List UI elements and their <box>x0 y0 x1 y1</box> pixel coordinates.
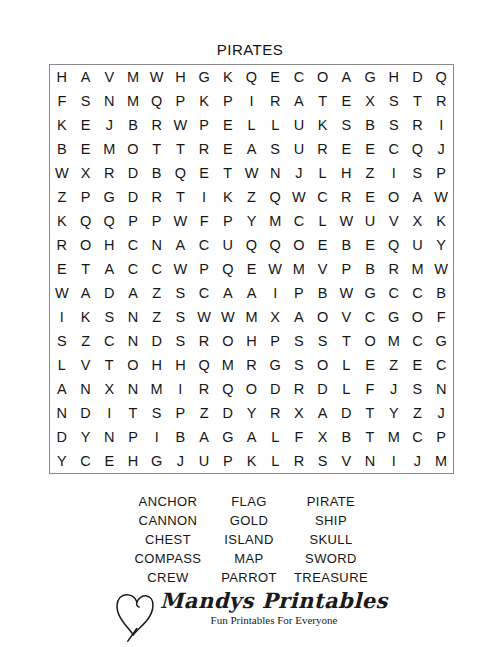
grid-cell: Z <box>192 401 216 425</box>
grid-cell: V <box>311 257 335 281</box>
word-list-item: PARROT <box>221 568 277 587</box>
grid-cell: G <box>382 305 406 329</box>
grid-cell: X <box>97 377 121 401</box>
grid-cell: C <box>406 329 430 353</box>
grid-cell: N <box>97 425 121 449</box>
grid-cell: U <box>287 113 311 137</box>
grid-cell: Z <box>406 401 430 425</box>
grid-cell: B <box>121 113 145 137</box>
grid-cell: B <box>358 257 382 281</box>
word-list-item: CHEST <box>135 530 202 549</box>
grid-cell: A <box>216 281 240 305</box>
grid-cell: O <box>121 353 145 377</box>
grid-cell: Q <box>145 89 169 113</box>
grid-cell: C <box>121 233 145 257</box>
grid-cell: A <box>240 425 264 449</box>
grid-cell: L <box>311 209 335 233</box>
grid-cell: M <box>145 377 169 401</box>
grid-cell: R <box>334 185 358 209</box>
grid-cell: C <box>145 257 169 281</box>
grid-cell: W <box>334 281 358 305</box>
grid-cell: R <box>382 257 406 281</box>
grid-cell: J <box>429 137 453 161</box>
grid-cell: B <box>311 281 335 305</box>
grid-cell: G <box>192 65 216 89</box>
grid-cell: H <box>169 65 193 89</box>
grid-cell: J <box>382 377 406 401</box>
grid-cell: W <box>287 185 311 209</box>
grid-cell: T <box>169 137 193 161</box>
word-list: ANCHORCANNONCHESTCOMPASSCREWFLAGGOLDISLA… <box>0 492 500 588</box>
grid-cell: T <box>406 89 430 113</box>
grid-cell: A <box>169 233 193 257</box>
grid-cell: R <box>192 377 216 401</box>
grid-cell: Z <box>145 281 169 305</box>
grid-cell: Y <box>240 401 264 425</box>
grid-cell: W <box>169 209 193 233</box>
grid-cell: L <box>334 377 358 401</box>
word-list-item: SKULL <box>294 530 368 549</box>
grid-cell: P <box>429 425 453 449</box>
grid-cell: Q <box>263 233 287 257</box>
grid-cell: I <box>169 377 193 401</box>
grid-cell: T <box>145 137 169 161</box>
grid-cell: D <box>97 281 121 305</box>
grid-cell: A <box>74 65 98 89</box>
grid-cell: G <box>358 281 382 305</box>
grid-cell: L <box>311 161 335 185</box>
grid-cell: O <box>406 305 430 329</box>
grid-cell: N <box>121 305 145 329</box>
grid-cell: L <box>50 353 74 377</box>
grid-cell: I <box>145 425 169 449</box>
grid-cell: O <box>240 377 264 401</box>
grid-cell: S <box>382 89 406 113</box>
grid-cell: H <box>97 233 121 257</box>
grid-cell: V <box>74 353 98 377</box>
grid-cell: S <box>263 137 287 161</box>
grid-cell: B <box>145 161 169 185</box>
grid-cell: S <box>382 113 406 137</box>
grid-cell: W <box>192 305 216 329</box>
grid-cell: E <box>216 113 240 137</box>
grid-cell: M <box>216 353 240 377</box>
grid-cell: I <box>192 185 216 209</box>
grid-cell: R <box>192 329 216 353</box>
grid-cell: L <box>263 425 287 449</box>
grid-cell: S <box>334 113 358 137</box>
grid-cell: E <box>358 185 382 209</box>
grid-cell: U <box>287 137 311 161</box>
grid-cell: A <box>121 281 145 305</box>
word-list-column: ANCHORCANNONCHESTCOMPASSCREW <box>135 492 202 587</box>
grid-cell: M <box>97 137 121 161</box>
grid-cell: U <box>216 233 240 257</box>
grid-cell: D <box>311 377 335 401</box>
grid-cell: T <box>121 401 145 425</box>
grid-cell: W <box>240 161 264 185</box>
grid-cell: H <box>121 449 145 473</box>
grid-cell: A <box>406 185 430 209</box>
grid-cell: H <box>50 65 74 89</box>
grid-cell: J <box>429 401 453 425</box>
grid-cell: S <box>287 353 311 377</box>
grid-cell: I <box>429 113 453 137</box>
grid-cell: A <box>240 137 264 161</box>
grid-cell: S <box>97 305 121 329</box>
grid-cell: R <box>50 233 74 257</box>
grid-cell: P <box>192 257 216 281</box>
grid-cell: E <box>406 353 430 377</box>
grid-cell: R <box>97 161 121 185</box>
grid-cell: K <box>74 305 98 329</box>
word-list-item: SHIP <box>294 511 368 530</box>
grid-cell: Q <box>216 377 240 401</box>
grid-cell: A <box>240 281 264 305</box>
grid-cell: I <box>382 449 406 473</box>
word-list-item: PIRATE <box>294 492 368 511</box>
grid-cell: P <box>121 209 145 233</box>
grid-cell: I <box>97 401 121 425</box>
grid-cell: S <box>406 161 430 185</box>
grid-cell: K <box>429 209 453 233</box>
grid-cell: I <box>382 161 406 185</box>
grid-cell: D <box>216 401 240 425</box>
grid-cell: P <box>216 449 240 473</box>
grid-cell: S <box>311 329 335 353</box>
grid-cell: M <box>382 425 406 449</box>
grid-cell: O <box>74 233 98 257</box>
grid-cell: E <box>334 137 358 161</box>
grid-cell: X <box>263 305 287 329</box>
grid-cell: H <box>240 329 264 353</box>
grid-cell: P <box>287 281 311 305</box>
grid-cell: B <box>169 425 193 449</box>
grid-cell: D <box>263 377 287 401</box>
word-list-column: FLAGGOLDISLANDMAPPARROT <box>221 492 277 587</box>
word-list-item: MAP <box>221 549 277 568</box>
grid-cell: Q <box>74 209 98 233</box>
grid-cell: M <box>382 329 406 353</box>
grid-cell: L <box>263 449 287 473</box>
grid-cell: S <box>74 89 98 113</box>
grid-cell: Z <box>382 353 406 377</box>
word-list-column: PIRATESHIPSKULLSWORDTREASURE <box>294 492 368 587</box>
grid-cell: F <box>429 305 453 329</box>
grid-cell: O <box>311 353 335 377</box>
grid-cell: D <box>50 425 74 449</box>
grid-cell: R <box>145 185 169 209</box>
word-list-item: ISLAND <box>221 530 277 549</box>
grid-cell: G <box>358 65 382 89</box>
grid-cell: Z <box>50 185 74 209</box>
grid-cell: P <box>169 401 193 425</box>
grid-cell: N <box>145 233 169 257</box>
grid-cell: E <box>311 233 335 257</box>
grid-cell: Q <box>192 353 216 377</box>
grid-cell: O <box>311 305 335 329</box>
grid-cell: P <box>145 209 169 233</box>
grid-cell: E <box>358 137 382 161</box>
grid-cell: A <box>287 89 311 113</box>
grid-cell: P <box>263 329 287 353</box>
grid-cell: F <box>50 89 74 113</box>
grid-cell: F <box>192 209 216 233</box>
grid-cell: O <box>311 65 335 89</box>
grid-cell: R <box>263 401 287 425</box>
grid-cell: D <box>406 65 430 89</box>
grid-cell: Z <box>240 185 264 209</box>
grid-cell: P <box>216 89 240 113</box>
grid-cell: V <box>334 449 358 473</box>
grid-cell: T <box>358 425 382 449</box>
grid-cell: Q <box>263 185 287 209</box>
grid-cell: N <box>50 401 74 425</box>
grid-cell: L <box>263 113 287 137</box>
word-search-page: PIRATES HAVMWHGKQECOAGHDQFSNMQPKPIRATEXS… <box>0 0 500 647</box>
grid-cell: U <box>192 449 216 473</box>
grid-cell: S <box>169 281 193 305</box>
grid-cell: W <box>429 257 453 281</box>
grid-cell: D <box>334 401 358 425</box>
grid-cell: E <box>358 353 382 377</box>
grid-cell: S <box>287 329 311 353</box>
grid-cell: Q <box>240 233 264 257</box>
grid-cell: A <box>334 65 358 89</box>
grid-cell: C <box>406 425 430 449</box>
grid-cell: C <box>382 281 406 305</box>
grid-cell: E <box>50 257 74 281</box>
grid-cell: C <box>287 65 311 89</box>
grid-cell: E <box>240 257 264 281</box>
grid-cell: R <box>311 137 335 161</box>
grid-cell: M <box>287 257 311 281</box>
grid-cell: M <box>429 449 453 473</box>
grid-cell: E <box>74 113 98 137</box>
grid-cell: R <box>406 113 430 137</box>
grid-cell: M <box>121 89 145 113</box>
grid-cell: C <box>406 281 430 305</box>
grid-cell: E <box>334 89 358 113</box>
grid-cell: C <box>192 281 216 305</box>
grid-cell: Q <box>382 233 406 257</box>
grid-cell: R <box>263 89 287 113</box>
brand-name: Mandys Printables <box>160 588 388 614</box>
grid-cell: Q <box>240 65 264 89</box>
grid-cell: O <box>358 329 382 353</box>
grid-cell: B <box>334 233 358 257</box>
grid-cell: D <box>145 329 169 353</box>
grid-cell: U <box>358 209 382 233</box>
grid-cell: Q <box>406 137 430 161</box>
grid-cell: Q <box>169 161 193 185</box>
grid-cell: A <box>74 281 98 305</box>
grid-cell: T <box>358 401 382 425</box>
grid-cell: P <box>169 89 193 113</box>
grid-cell: A <box>311 401 335 425</box>
grid-cell: S <box>169 329 193 353</box>
grid-cell: D <box>74 401 98 425</box>
grid-cell: R <box>287 449 311 473</box>
grid-cell: N <box>121 377 145 401</box>
word-list-item: COMPASS <box>135 549 202 568</box>
grid-cell: K <box>50 113 74 137</box>
grid-cell: V <box>382 209 406 233</box>
grid-cell: X <box>74 161 98 185</box>
grid-cell: W <box>263 257 287 281</box>
grid-cell: N <box>429 377 453 401</box>
word-list-item: CANNON <box>135 511 202 530</box>
grid-cell: Q <box>429 65 453 89</box>
grid-cell: W <box>169 113 193 137</box>
grid-cell: O <box>121 137 145 161</box>
grid-cell: L <box>240 113 264 137</box>
grid-cell: Y <box>382 401 406 425</box>
grid-cell: H <box>334 161 358 185</box>
grid-cell: P <box>192 113 216 137</box>
word-list-item: SWORD <box>294 549 368 568</box>
grid-cell: B <box>334 425 358 449</box>
grid-cell: H <box>382 65 406 89</box>
grid-cell: Z <box>145 305 169 329</box>
grid-cell: G <box>263 353 287 377</box>
grid-cell: C <box>74 449 98 473</box>
grid-cell: T <box>169 185 193 209</box>
heart-icon <box>112 590 158 642</box>
grid-cell: S <box>406 377 430 401</box>
grid-cell: H <box>169 353 193 377</box>
grid-cell: S <box>169 305 193 329</box>
grid-cell: K <box>216 65 240 89</box>
grid-cell: C <box>192 233 216 257</box>
grid-cell: W <box>334 209 358 233</box>
word-list-item: GOLD <box>221 511 277 530</box>
grid-cell: P <box>216 209 240 233</box>
grid-cell: N <box>97 89 121 113</box>
word-list-item: ANCHOR <box>135 492 202 511</box>
word-list-item: TREASURE <box>294 568 368 587</box>
grid-cell: N <box>263 161 287 185</box>
grid-cell: B <box>358 113 382 137</box>
grid-cell: S <box>145 401 169 425</box>
grid-cell: R <box>429 89 453 113</box>
grid-cell: C <box>287 209 311 233</box>
grid-cell: V <box>97 65 121 89</box>
grid-cell: I <box>263 281 287 305</box>
grid-cell: T <box>334 329 358 353</box>
grid-cell: P <box>334 257 358 281</box>
grid-cell: K <box>50 209 74 233</box>
grid-cell: S <box>311 449 335 473</box>
grid-cell: P <box>121 425 145 449</box>
grid-cell: T <box>74 257 98 281</box>
grid-cell: E <box>216 137 240 161</box>
grid-cell: X <box>287 401 311 425</box>
grid-cell: M <box>406 257 430 281</box>
grid-cell: Q <box>97 209 121 233</box>
grid-cell: H <box>145 353 169 377</box>
grid-cell: Z <box>358 161 382 185</box>
grid-cell: W <box>169 257 193 281</box>
grid-cell: N <box>121 329 145 353</box>
grid-cell: M <box>240 305 264 329</box>
grid-cell: G <box>145 449 169 473</box>
grid-cell: E <box>192 161 216 185</box>
grid-cell: S <box>50 329 74 353</box>
grid-cell: W <box>429 185 453 209</box>
grid-cell: P <box>429 161 453 185</box>
grid-cell: F <box>358 377 382 401</box>
grid-cell: X <box>311 425 335 449</box>
grid-cell: G <box>216 425 240 449</box>
grid-cell: C <box>121 257 145 281</box>
grid-cell: I <box>240 89 264 113</box>
grid-cell: M <box>121 65 145 89</box>
grid-cell: R <box>145 113 169 137</box>
grid-cell: J <box>287 161 311 185</box>
grid-cell: J <box>97 113 121 137</box>
grid-cell: J <box>169 449 193 473</box>
grid-cell: B <box>429 281 453 305</box>
grid-cell: T <box>97 353 121 377</box>
grid-cell: O <box>216 329 240 353</box>
grid-cell: K <box>216 185 240 209</box>
grid-cell: W <box>50 161 74 185</box>
grid-cell: B <box>50 137 74 161</box>
grid-cell: K <box>311 113 335 137</box>
brand-text-block: Mandys Printables Fun Printables For Eve… <box>160 588 388 627</box>
grid-cell: E <box>74 137 98 161</box>
grid-cell: X <box>406 209 430 233</box>
grid-cell: E <box>358 233 382 257</box>
grid-cell: C <box>358 305 382 329</box>
grid-cell: L <box>334 353 358 377</box>
grid-cell: Y <box>429 233 453 257</box>
grid-cell: A <box>192 425 216 449</box>
grid-cell: D <box>121 185 145 209</box>
grid-cell: C <box>382 137 406 161</box>
grid-cell: R <box>192 137 216 161</box>
word-list-item: CREW <box>135 568 202 587</box>
grid-cell: K <box>240 449 264 473</box>
grid-cell: K <box>192 89 216 113</box>
grid-cell: E <box>263 65 287 89</box>
puzzle-title: PIRATES <box>0 41 500 58</box>
grid-cell: D <box>121 161 145 185</box>
grid-cell: Z <box>74 329 98 353</box>
grid-cell: J <box>406 449 430 473</box>
grid-cell: Q <box>216 257 240 281</box>
grid-cell: I <box>50 305 74 329</box>
grid-cell: A <box>97 257 121 281</box>
grid-cell: T <box>311 89 335 113</box>
grid-cell: G <box>429 329 453 353</box>
grid-cell: Y <box>74 425 98 449</box>
word-list-item: FLAG <box>221 492 277 511</box>
grid-cell: X <box>358 89 382 113</box>
grid-cell: A <box>50 377 74 401</box>
grid-cell: T <box>216 161 240 185</box>
brand-logo: Mandys Printables Fun Printables For Eve… <box>0 588 500 642</box>
grid-cell: M <box>263 209 287 233</box>
word-search-grid: HAVMWHGKQECOAGHDQFSNMQPKPIRATEXSTRKEJBRW… <box>49 64 454 474</box>
grid-cell: N <box>74 377 98 401</box>
grid-cell: R <box>287 377 311 401</box>
grid-cell: Y <box>240 209 264 233</box>
grid-cell: F <box>287 425 311 449</box>
grid-cell: N <box>358 449 382 473</box>
brand-tagline: Fun Printables For Everyone <box>160 614 388 627</box>
